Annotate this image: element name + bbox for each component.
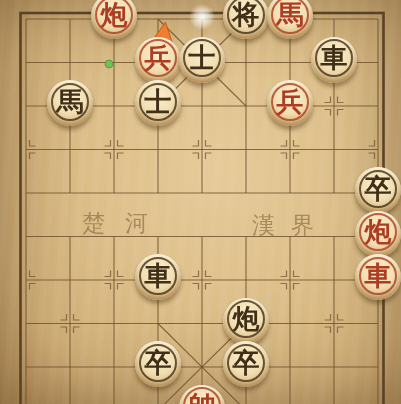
piece-glyph: 卒 <box>135 339 181 385</box>
piece-glyph: 炮 <box>91 0 137 37</box>
piece-black-advisor[interactable]: 士 <box>179 37 225 83</box>
piece-black-chariot[interactable]: 車 <box>135 254 181 300</box>
piece-black-horse[interactable]: 馬 <box>47 80 93 126</box>
piece-glyph: 帥 <box>179 382 225 404</box>
piece-black-chariot[interactable]: 車 <box>311 37 357 83</box>
river-label-right: 漢界 <box>252 212 330 238</box>
piece-red-soldier[interactable]: 兵 <box>267 80 313 126</box>
piece-glyph: 兵 <box>267 78 313 124</box>
piece-red-chariot[interactable]: 車 <box>355 254 401 300</box>
piece-glyph: 車 <box>135 252 181 298</box>
piece-glyph: 車 <box>355 252 401 298</box>
piece-glyph: 士 <box>179 34 225 80</box>
piece-glyph: 車 <box>311 34 357 80</box>
piece-red-horse[interactable]: 馬 <box>267 0 313 39</box>
piece-glyph: 卒 <box>355 165 401 211</box>
last-move-highlight <box>189 4 215 30</box>
piece-red-general[interactable]: 帥 <box>179 385 225 404</box>
piece-black-advisor[interactable]: 士 <box>135 80 181 126</box>
piece-glyph: 炮 <box>223 295 269 341</box>
piece-black-cannon[interactable]: 炮 <box>223 298 269 344</box>
piece-red-soldier[interactable]: 兵 <box>135 37 181 83</box>
river-label-left: 楚河 <box>82 210 168 236</box>
piece-red-cannon[interactable]: 炮 <box>91 0 137 39</box>
piece-glyph: 将 <box>223 0 269 37</box>
piece-black-soldier[interactable]: 卒 <box>223 341 269 387</box>
piece-red-cannon[interactable]: 炮 <box>355 211 401 257</box>
xiangqi-board[interactable]: 楚河漢界 炮将馬兵士車馬士兵卒炮車車炮卒卒帥 <box>0 0 401 404</box>
piece-glyph: 馬 <box>267 0 313 37</box>
piece-black-soldier[interactable]: 卒 <box>135 341 181 387</box>
piece-glyph: 卒 <box>223 339 269 385</box>
piece-glyph: 兵 <box>135 34 181 80</box>
piece-glyph: 士 <box>135 78 181 124</box>
move-marker-dot <box>105 60 113 68</box>
piece-glyph: 炮 <box>355 208 401 254</box>
piece-black-soldier[interactable]: 卒 <box>355 167 401 213</box>
piece-glyph: 馬 <box>47 78 93 124</box>
piece-black-general[interactable]: 将 <box>223 0 269 39</box>
